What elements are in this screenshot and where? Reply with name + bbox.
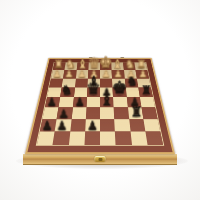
square-d3: [86, 107, 100, 118]
piece-dark-pawn: ♟: [59, 107, 69, 119]
scene: ♜♞♝♛♚♝♞♜♟♟♟♟♟♟♟♟♝♞♞♛♟♚♜♟♟♝♟♟♜♟♟♟: [25, 4, 175, 154]
square-b1: [53, 131, 70, 145]
board-frame: ♜♞♝♛♚♝♞♜♟♟♟♟♟♟♟♟♝♞♞♛♟♚♜♟♟♝♟♟♜♟♟♟: [25, 58, 175, 154]
square-f3: [114, 107, 129, 118]
square-h5: ♜: [138, 87, 153, 97]
square-c4: ♟: [72, 97, 86, 107]
square-c2: [70, 119, 86, 131]
square-h2: [143, 119, 160, 131]
square-e7: ♟: [100, 70, 112, 78]
square-d1: [84, 131, 100, 145]
square-f5: ♚: [113, 87, 127, 97]
square-e1: [100, 131, 116, 145]
piece-light-pawn: ♟: [138, 69, 147, 79]
piece-dark-rook: ♜: [141, 85, 152, 97]
piece-dark-knight: ♞: [61, 84, 73, 97]
square-a1: [37, 131, 55, 145]
piece-dark-pawn: ♟: [57, 119, 68, 131]
square-b3: ♟: [57, 107, 73, 118]
board-squares: ♜♞♝♛♚♝♞♜♟♟♟♟♟♟♟♟♝♞♞♛♟♚♜♟♟♝♟♟♜♟♟♟: [36, 62, 164, 146]
square-b5: ♞: [60, 87, 74, 97]
square-d5: ♛: [87, 87, 100, 97]
square-c3: [71, 107, 86, 118]
square-d4: [86, 97, 100, 107]
piece-light-pawn: ♟: [114, 69, 123, 79]
chess-board: ♜♞♝♛♚♝♞♜♟♟♟♟♟♟♟♟♝♞♞♛♟♚♜♟♟♝♟♟♜♟♟♟: [25, 58, 175, 154]
square-c1: [68, 131, 84, 145]
square-g2: [129, 119, 145, 131]
piece-dark-king: ♚: [112, 80, 127, 97]
square-f2: [114, 119, 130, 131]
piece-light-pawn: ♟: [53, 69, 62, 79]
piece-dark-pawn: ♟: [87, 119, 98, 131]
square-f7: ♟: [112, 70, 125, 78]
piece-dark-pawn: ♟: [74, 96, 84, 107]
piece-light-pawn: ♟: [77, 69, 86, 79]
square-h3: [141, 107, 157, 118]
square-f4: [113, 97, 127, 107]
square-c7: ♟: [76, 70, 89, 78]
piece-light-pawn: ♟: [65, 69, 74, 79]
square-a3: [42, 107, 58, 118]
chess-set-photo: ♜♞♝♛♚♝♞♜♟♟♟♟♟♟♟♟♝♞♞♛♟♚♜♟♟♝♟♟♜♟♟♟: [0, 0, 200, 200]
square-g3: ♜: [128, 107, 144, 118]
piece-dark-rook: ♜: [130, 106, 142, 119]
square-b7: ♟: [63, 70, 76, 78]
square-e3: [100, 107, 114, 118]
square-b2: ♟: [55, 119, 71, 131]
piece-dark-knight: ♞: [126, 75, 137, 88]
square-f1: [115, 131, 131, 145]
square-e4: ♝: [100, 97, 114, 107]
piece-dark-bishop: ♝: [100, 93, 113, 107]
piece-light-pawn: ♟: [102, 69, 111, 79]
piece-dark-pawn: ♟: [42, 119, 53, 131]
piece-dark-queen: ♛: [86, 81, 101, 97]
square-e2: [100, 119, 115, 131]
board-front-edge: [23, 154, 177, 165]
brass-clasp: [95, 156, 106, 162]
square-h1: [145, 131, 163, 145]
square-d2: ♟: [85, 119, 100, 131]
piece-dark-pawn: ♟: [47, 96, 57, 107]
